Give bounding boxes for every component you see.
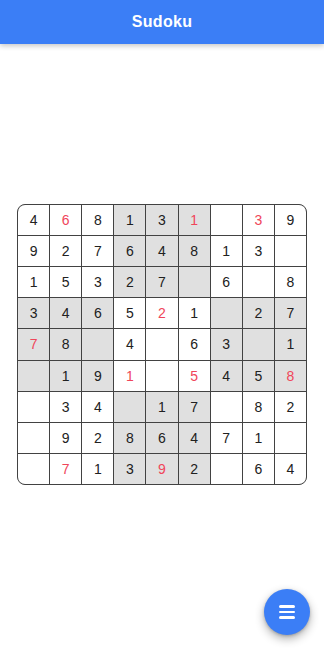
cell-r7c1[interactable] (18, 392, 49, 422)
menu-icon (279, 605, 295, 619)
cell-r3c9[interactable]: 8 (275, 267, 306, 297)
cell-r9c9[interactable]: 4 (275, 454, 306, 484)
app-bar: Sudoku (0, 0, 324, 44)
cell-r1c8[interactable]: 3 (243, 205, 274, 235)
cell-r8c6[interactable]: 4 (179, 423, 210, 453)
cell-r7c2[interactable]: 3 (50, 392, 81, 422)
cell-r9c8[interactable]: 6 (243, 454, 274, 484)
cell-r7c8[interactable]: 8 (243, 392, 274, 422)
cell-r5c4[interactable]: 4 (114, 329, 145, 359)
cell-r8c5[interactable]: 6 (146, 423, 177, 453)
cell-r1c6[interactable]: 1 (179, 205, 210, 235)
cell-r4c6[interactable]: 1 (179, 298, 210, 328)
app-title: Sudoku (132, 13, 192, 31)
cell-r3c1[interactable]: 1 (18, 267, 49, 297)
cell-r6c5[interactable] (146, 361, 177, 391)
cell-r5c5[interactable] (146, 329, 177, 359)
cell-r9c4[interactable]: 3 (114, 454, 145, 484)
cell-r8c3[interactable]: 2 (82, 423, 113, 453)
cell-r2c8[interactable]: 3 (243, 236, 274, 266)
cell-r4c1[interactable]: 3 (18, 298, 49, 328)
cell-r7c7[interactable] (211, 392, 242, 422)
cell-r2c7[interactable]: 1 (211, 236, 242, 266)
cell-r4c2[interactable]: 4 (50, 298, 81, 328)
menu-fab[interactable] (264, 589, 310, 635)
cell-r8c2[interactable]: 9 (50, 423, 81, 453)
cell-r1c1[interactable]: 4 (18, 205, 49, 235)
cell-r1c3[interactable]: 8 (82, 205, 113, 235)
cell-r9c6[interactable]: 2 (179, 454, 210, 484)
cell-r8c1[interactable] (18, 423, 49, 453)
cell-r5c7[interactable]: 3 (211, 329, 242, 359)
cell-r6c8[interactable]: 5 (243, 361, 274, 391)
cell-r9c5[interactable]: 9 (146, 454, 177, 484)
cell-r2c5[interactable]: 4 (146, 236, 177, 266)
cell-r6c3[interactable]: 9 (82, 361, 113, 391)
cell-r6c6[interactable]: 5 (179, 361, 210, 391)
cell-r6c4[interactable]: 1 (114, 361, 145, 391)
cell-r7c6[interactable]: 7 (179, 392, 210, 422)
cell-r2c3[interactable]: 7 (82, 236, 113, 266)
cell-r4c9[interactable]: 7 (275, 298, 306, 328)
cell-r1c4[interactable]: 1 (114, 205, 145, 235)
cell-r8c8[interactable]: 1 (243, 423, 274, 453)
cell-r5c9[interactable]: 1 (275, 329, 306, 359)
cell-r5c8[interactable] (243, 329, 274, 359)
cell-r7c3[interactable]: 4 (82, 392, 113, 422)
cell-r9c2[interactable]: 7 (50, 454, 81, 484)
cell-r3c6[interactable] (179, 267, 210, 297)
cell-r5c6[interactable]: 6 (179, 329, 210, 359)
cell-r4c7[interactable] (211, 298, 242, 328)
cell-r6c2[interactable]: 1 (50, 361, 81, 391)
cell-r5c1[interactable]: 7 (18, 329, 49, 359)
cell-r3c5[interactable]: 7 (146, 267, 177, 297)
cell-r1c5[interactable]: 3 (146, 205, 177, 235)
cell-r6c1[interactable] (18, 361, 49, 391)
cell-r8c4[interactable]: 8 (114, 423, 145, 453)
cell-r5c3[interactable] (82, 329, 113, 359)
cell-r5c2[interactable]: 8 (50, 329, 81, 359)
cell-r2c2[interactable]: 2 (50, 236, 81, 266)
cell-r4c8[interactable]: 2 (243, 298, 274, 328)
cell-r3c8[interactable] (243, 267, 274, 297)
cell-r2c6[interactable]: 8 (179, 236, 210, 266)
cell-r9c3[interactable]: 1 (82, 454, 113, 484)
cell-r4c4[interactable]: 5 (114, 298, 145, 328)
cell-r3c2[interactable]: 5 (50, 267, 81, 297)
cell-r6c7[interactable]: 4 (211, 361, 242, 391)
cell-r9c1[interactable] (18, 454, 49, 484)
cell-r4c3[interactable]: 6 (82, 298, 113, 328)
cell-r9c7[interactable] (211, 454, 242, 484)
cell-r2c9[interactable] (275, 236, 306, 266)
cell-r3c4[interactable]: 2 (114, 267, 145, 297)
cell-r2c4[interactable]: 6 (114, 236, 145, 266)
cell-r1c2[interactable]: 6 (50, 205, 81, 235)
cell-r4c5[interactable]: 2 (146, 298, 177, 328)
cell-r7c4[interactable] (114, 392, 145, 422)
cell-r6c9[interactable]: 8 (275, 361, 306, 391)
cell-r8c9[interactable] (275, 423, 306, 453)
cell-r3c3[interactable]: 3 (82, 267, 113, 297)
cell-r2c1[interactable]: 9 (18, 236, 49, 266)
cell-r1c9[interactable]: 9 (275, 205, 306, 235)
cell-r7c9[interactable]: 2 (275, 392, 306, 422)
cell-r1c7[interactable] (211, 205, 242, 235)
cell-r7c5[interactable]: 1 (146, 392, 177, 422)
sudoku-board: 4681313992764813153276834652127784631191… (17, 204, 307, 485)
cell-r3c7[interactable]: 6 (211, 267, 242, 297)
cell-r8c7[interactable]: 7 (211, 423, 242, 453)
